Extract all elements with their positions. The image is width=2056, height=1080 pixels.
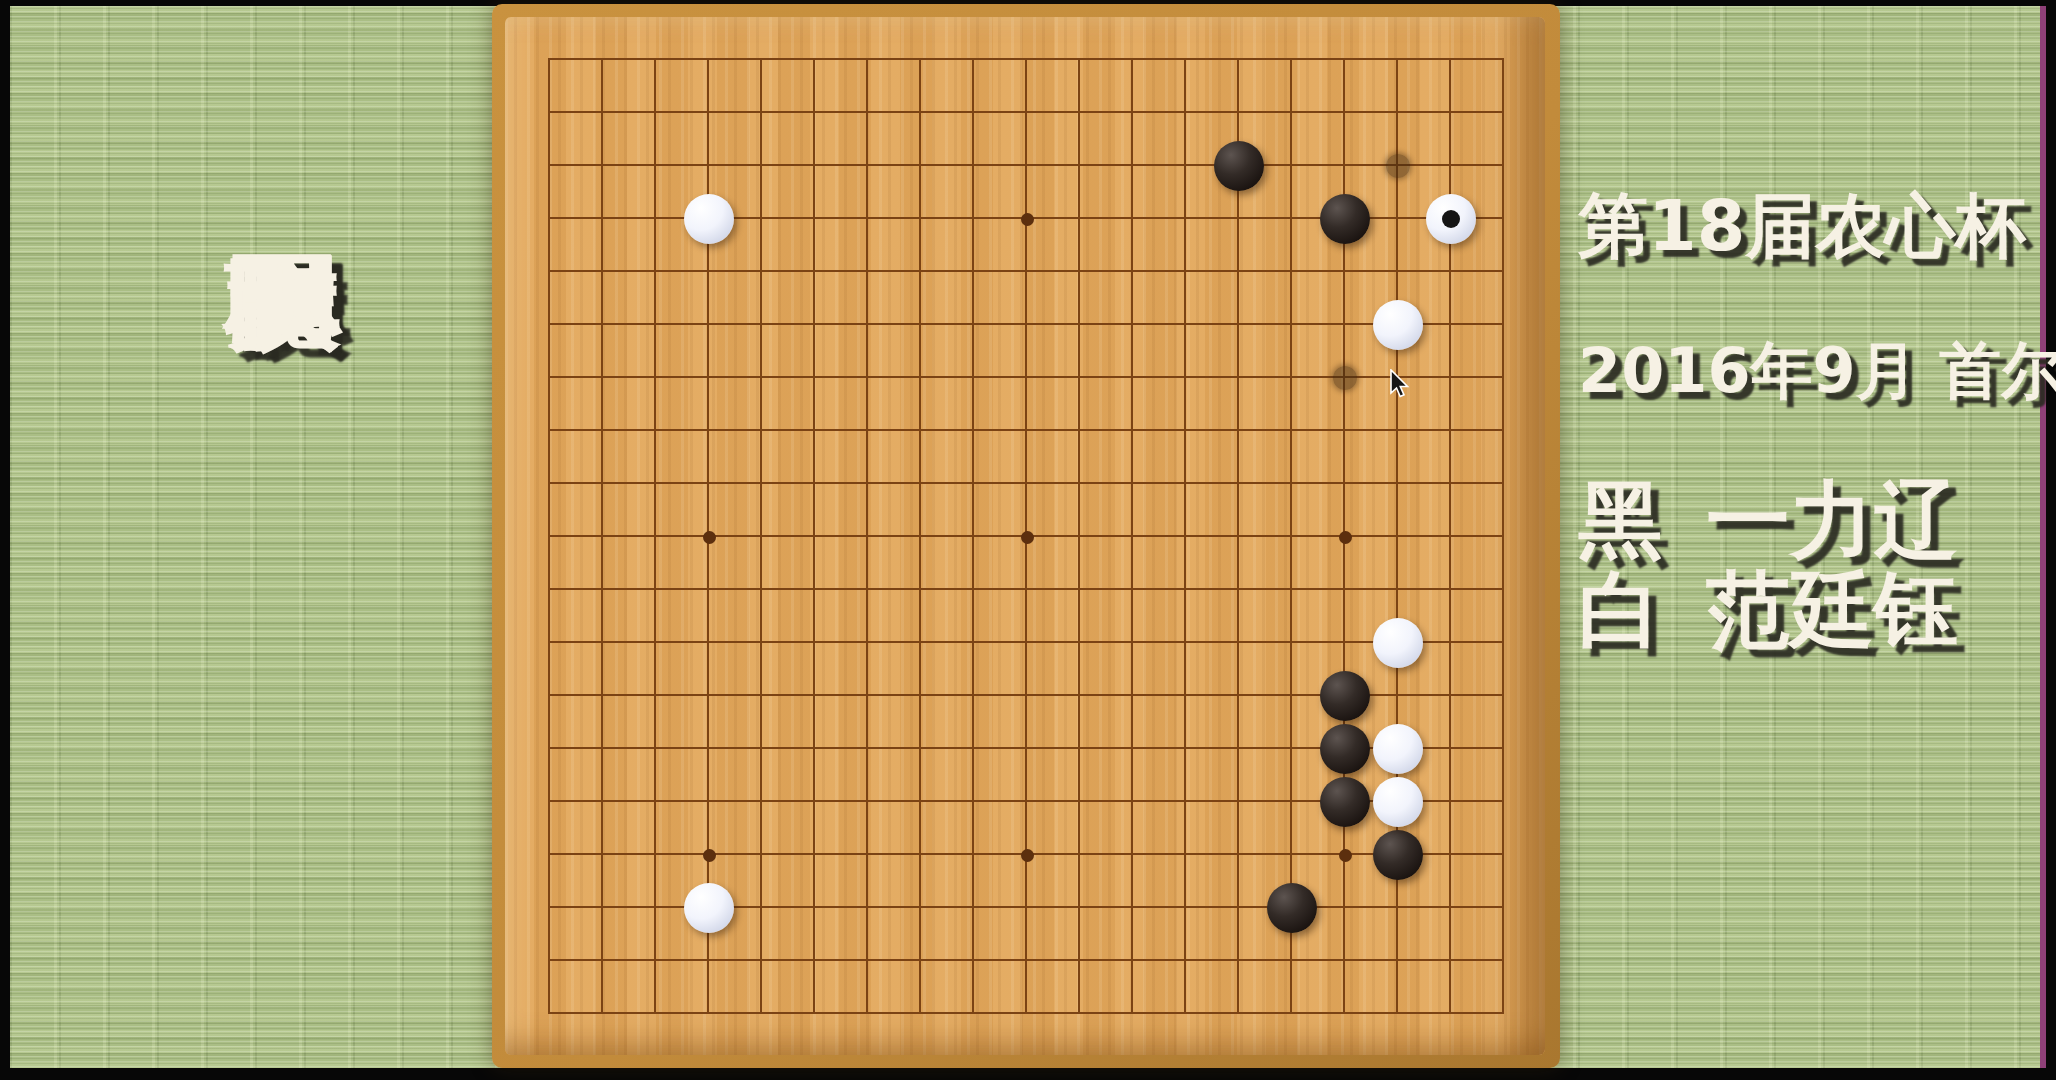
stone-black-Q7[interactable] (1320, 671, 1370, 721)
stone-white-S16[interactable] (1426, 194, 1476, 244)
stone-white-R5[interactable] (1373, 777, 1423, 827)
white-label: 白 (1578, 561, 1662, 659)
stone-white-D16[interactable] (684, 194, 734, 244)
game-info-panel: 第18届农心杯 2016年9月 首尔 黑一力辽 白范廷钰 (1578, 180, 2048, 655)
white-player-line: 白范廷钰 (1578, 565, 2048, 655)
star-point-K10 (1021, 531, 1034, 544)
star-point-K4 (1021, 849, 1034, 862)
stone-black-O17[interactable] (1214, 141, 1264, 191)
stone-white-R14[interactable] (1373, 300, 1423, 350)
black-label: 黑 (1578, 471, 1662, 569)
stone-black-Q5[interactable] (1320, 777, 1370, 827)
ghost-marker-R17 (1386, 154, 1410, 178)
stone-black-R4[interactable] (1373, 830, 1423, 880)
mouse-cursor (1390, 369, 1416, 403)
event-title: 第18届农心杯 (1578, 180, 2048, 274)
stone-black-Q16[interactable] (1320, 194, 1370, 244)
star-point-D10 (703, 531, 716, 544)
star-point-D4 (703, 849, 716, 862)
stone-black-Q6[interactable] (1320, 724, 1370, 774)
last-move-marker (1442, 210, 1460, 228)
black-player-name: 一力辽 (1706, 471, 1958, 569)
star-point-Q4 (1339, 849, 1352, 862)
star-point-K16 (1021, 213, 1034, 226)
black-player-line: 黑一力辽 (1578, 475, 2048, 565)
stone-white-R8[interactable] (1373, 618, 1423, 668)
white-player-name: 范廷钰 (1706, 561, 1958, 659)
ghost-marker-Q13 (1333, 366, 1357, 390)
stone-white-R6[interactable] (1373, 724, 1423, 774)
stone-white-D3[interactable] (684, 883, 734, 933)
event-date-location: 2016年9月 首尔 (1578, 329, 2048, 413)
star-point-Q10 (1339, 531, 1352, 544)
stone-black-P3[interactable] (1267, 883, 1317, 933)
players-block: 黑一力辽 白范廷钰 (1578, 475, 2048, 655)
